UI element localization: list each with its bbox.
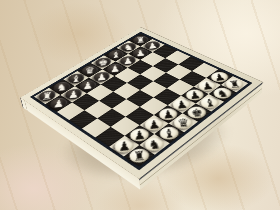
piece-white-pawn[interactable]: ♟	[172, 98, 192, 111]
piece-white-king[interactable]: ♚	[187, 106, 208, 119]
piece-symbol: ♜	[133, 149, 147, 163]
square-b4[interactable]	[97, 109, 125, 127]
square-a2[interactable]: ♟	[109, 136, 139, 157]
piece-symbol: ♟	[213, 72, 226, 82]
piece-symbol: ♟	[53, 98, 65, 109]
piece-white-pawn[interactable]: ♟	[210, 71, 230, 83]
piece-white-pawn[interactable]: ♟	[130, 128, 150, 142]
piece-symbol: ♟	[201, 80, 214, 91]
square-e3[interactable]	[154, 88, 181, 105]
square-d3[interactable]	[140, 97, 168, 115]
piece-symbol: ♟	[133, 128, 146, 141]
piece-symbol: ♝	[162, 127, 176, 140]
piece-symbol: ♟	[188, 89, 201, 100]
piece-white-knight[interactable]: ♞	[144, 137, 165, 152]
square-c1[interactable]: ♝	[154, 123, 184, 143]
square-f2[interactable]: ♟	[181, 87, 209, 104]
piece-white-pawn[interactable]: ♟	[115, 138, 135, 153]
piece-symbol: ♜	[228, 79, 242, 90]
square-b2[interactable]: ♟	[125, 125, 155, 145]
piece-white-pawn[interactable]: ♟	[144, 117, 164, 131]
piece-white-knight[interactable]: ♞	[212, 87, 233, 99]
square-c5[interactable]	[99, 92, 126, 109]
piece-symbol: ♛	[176, 116, 190, 129]
piece-symbol: ♚	[190, 106, 204, 118]
square-a5[interactable]	[69, 110, 97, 128]
square-b1[interactable]: ♞	[139, 134, 169, 155]
piece-symbol: ♝	[203, 97, 217, 109]
square-d4[interactable]	[126, 90, 153, 107]
square-f1[interactable]: ♝	[196, 94, 224, 112]
piece-symbol: ♟	[118, 139, 131, 153]
square-b5[interactable]	[84, 101, 112, 119]
piece-symbol: ♟	[68, 89, 79, 100]
square-c2[interactable]: ♟	[140, 115, 169, 134]
square-e1[interactable]: ♚	[183, 103, 212, 121]
square-a6[interactable]	[57, 102, 84, 120]
piece-symbol: ♜	[41, 90, 53, 101]
square-b3[interactable]	[111, 117, 140, 136]
piece-black-pawn[interactable]: ♟	[50, 97, 68, 109]
piece-white-queen[interactable]: ♛	[173, 116, 194, 130]
square-d1[interactable]: ♛	[169, 113, 198, 132]
piece-black-rook[interactable]: ♜	[38, 90, 56, 102]
square-a1[interactable]: ♜	[124, 145, 155, 167]
square-a3[interactable]	[95, 127, 124, 147]
square-e2[interactable]: ♟	[168, 96, 196, 114]
piece-symbol: ♟	[162, 108, 175, 120]
piece-symbol: ♟	[148, 118, 161, 131]
piece-symbol: ♟	[175, 99, 188, 111]
piece-white-pawn[interactable]: ♟	[158, 108, 178, 121]
square-a4[interactable]	[82, 118, 111, 137]
piece-symbol: ♞	[148, 137, 162, 151]
piece-white-bishop[interactable]: ♝	[159, 126, 180, 140]
piece-black-pawn[interactable]: ♟	[65, 88, 82, 100]
piece-white-rook[interactable]: ♜	[224, 78, 244, 90]
piece-white-pawn[interactable]: ♟	[185, 89, 205, 101]
square-d2[interactable]: ♟	[154, 105, 183, 123]
photo-scene: ♜♞♝♛♚♝♞♜♟♟♟♟♟♟♟♟♟♟♟♟♟♟♟♟♜♞♝♛♚♝♞♜	[0, 0, 280, 210]
piece-white-bishop[interactable]: ♝	[200, 96, 221, 109]
square-c4[interactable]	[112, 99, 140, 117]
square-c3[interactable]	[126, 107, 154, 125]
square-g1[interactable]: ♞	[209, 85, 237, 102]
piece-symbol: ♞	[216, 88, 230, 99]
piece-white-rook[interactable]: ♜	[129, 148, 150, 164]
